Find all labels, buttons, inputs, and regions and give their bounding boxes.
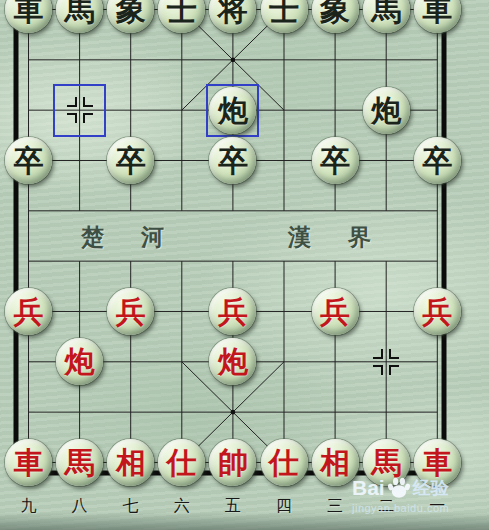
baidu-paw-icon (386, 475, 412, 501)
watermark-url-text: jingyan.baidu.com (352, 502, 449, 514)
piece-red-advisor[interactable]: 仕 (158, 439, 205, 486)
piece-red-elephant[interactable]: 相 (107, 439, 154, 486)
piece-red-soldier[interactable]: 兵 (414, 288, 461, 335)
xiangqi-board: 車馬象士将士象馬車炮炮卒卒卒卒卒兵兵兵兵兵炮炮車馬相仕帥仕相馬車 楚河漢界 九八… (0, 0, 489, 530)
piece-red-horse[interactable]: 馬 (56, 439, 103, 486)
watermark-logo-row: Bai 经验 (352, 475, 449, 501)
piece-black-soldier[interactable]: 卒 (414, 137, 461, 184)
piece-red-soldier[interactable]: 兵 (312, 288, 359, 335)
previous-move-from-marker (373, 349, 399, 375)
last-move-from-marker-cross-icon (67, 97, 93, 123)
piece-red-chariot[interactable]: 車 (5, 439, 52, 486)
river-char-3: 界 (348, 222, 371, 253)
river-char-0: 楚 (81, 222, 104, 253)
river-char-2: 漢 (288, 222, 311, 253)
piece-black-soldier[interactable]: 卒 (107, 137, 154, 184)
watermark-brand-text: Bai (352, 476, 385, 500)
watermark-suffix-text: 经验 (413, 476, 449, 500)
piece-black-soldier[interactable]: 卒 (312, 137, 359, 184)
river-char-1: 河 (141, 222, 164, 253)
piece-red-advisor[interactable]: 仕 (261, 439, 308, 486)
board-bottom-edge (0, 512, 489, 530)
baidu-jingyan-watermark: Bai 经验 jingyan.baidu.com (352, 475, 449, 514)
piece-red-soldier[interactable]: 兵 (5, 288, 52, 335)
piece-black-soldier[interactable]: 卒 (5, 137, 52, 184)
piece-black-cannon[interactable]: 炮 (209, 87, 256, 134)
piece-red-soldier[interactable]: 兵 (107, 288, 154, 335)
piece-black-cannon[interactable]: 炮 (363, 87, 410, 134)
